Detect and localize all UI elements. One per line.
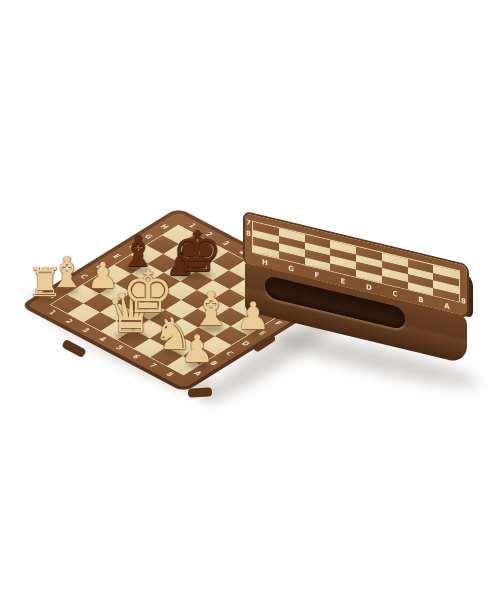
coordinate-label: 1 [47,309,57,315]
coordinate-label: F [315,271,320,280]
coordinate-label: 3 [221,240,231,246]
coordinate-label: 8 [461,297,466,306]
coordinate-label: 2 [64,318,74,324]
coordinate-label: 3 [81,327,91,333]
coordinate-label: 8 [246,229,251,238]
coordinate-label: D [366,283,372,292]
white-pawn-a5: ♟ [236,297,270,335]
coordinate-label: 7 [246,218,251,227]
coordinate-label: C [392,289,397,298]
coordinate-label: 6 [131,354,141,360]
product-photo-chess-set: H11HG22GF33FE44ED55DC66CB77BA88A HGFEDCB… [0,0,500,600]
coordinate-label: H [262,258,268,267]
white-bishop-h3: ♝ [48,252,86,294]
coordinate-label: A [444,302,449,311]
coordinate-label: E [341,277,346,286]
coordinate-label: C [224,350,234,356]
coordinate-label: B [418,296,423,305]
coordinate-label: 8 [165,371,175,377]
board-foot [188,387,213,398]
coordinate-label: A [192,370,203,376]
board-foot [61,339,86,358]
black-king-f8: ♚ [172,224,222,280]
coordinate-label: 5 [114,345,124,351]
coordinate-label: G [288,264,294,273]
closed-chess-box: HGFEDCBA788 [243,209,475,379]
coordinate-label: 7 [148,363,158,369]
white-bishop-b5: ♝ [190,286,231,332]
coordinate-label: H [159,223,170,229]
black-bishop-g7: ♝ [119,231,157,273]
